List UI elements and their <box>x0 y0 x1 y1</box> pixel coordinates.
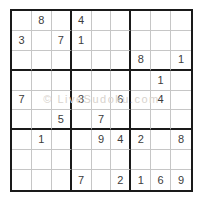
cell-r3c3 <box>52 51 72 71</box>
cell-r4c7 <box>131 71 151 91</box>
cell-r3c9: 1 <box>171 51 191 71</box>
cell-r5c1: 7 <box>12 91 32 111</box>
cell-r9c2 <box>32 170 52 190</box>
cell-r1c9 <box>171 11 191 31</box>
cell-r5c2 <box>32 91 52 111</box>
cell-r7c8 <box>151 130 171 150</box>
cell-r6c7 <box>131 110 151 130</box>
cell-r7c4 <box>72 130 92 150</box>
cell-r6c5: 7 <box>92 110 112 130</box>
cell-r9c9: 9 <box>171 170 191 190</box>
cell-r5c5 <box>92 91 112 111</box>
cell-r8c4 <box>72 150 92 170</box>
sudoku-board: © LiveSudoku.com 84371811736457194287216… <box>10 9 193 192</box>
cell-r4c1 <box>12 71 32 91</box>
cell-r2c9 <box>171 31 191 51</box>
cell-r7c6: 4 <box>111 130 131 150</box>
cell-r3c7: 8 <box>131 51 151 71</box>
sudoku-page: © LiveSudoku.com 84371811736457194287216… <box>0 0 200 200</box>
cell-r7c5: 9 <box>92 130 112 150</box>
cell-r6c9 <box>171 110 191 130</box>
cell-r3c2 <box>32 51 52 71</box>
cell-r5c7 <box>131 91 151 111</box>
cell-r2c1: 3 <box>12 31 32 51</box>
cell-r4c6 <box>111 71 131 91</box>
cell-r9c7: 1 <box>131 170 151 190</box>
cell-r8c1 <box>12 150 32 170</box>
cell-r4c4 <box>72 71 92 91</box>
cell-r1c1 <box>12 11 32 31</box>
cell-r2c6 <box>111 31 131 51</box>
cell-r5c9 <box>171 91 191 111</box>
cell-r8c3 <box>52 150 72 170</box>
cell-r1c6 <box>111 11 131 31</box>
cell-r8c7 <box>131 150 151 170</box>
cell-r7c7: 2 <box>131 130 151 150</box>
cell-r9c5 <box>92 170 112 190</box>
cell-r8c8 <box>151 150 171 170</box>
cell-r1c7 <box>131 11 151 31</box>
cell-r8c2 <box>32 150 52 170</box>
cell-r6c6 <box>111 110 131 130</box>
cell-r9c1 <box>12 170 32 190</box>
cell-r7c9: 8 <box>171 130 191 150</box>
cell-r1c4: 4 <box>72 11 92 31</box>
cell-r1c5 <box>92 11 112 31</box>
cell-r1c8 <box>151 11 171 31</box>
cell-r7c3 <box>52 130 72 150</box>
cell-r7c1 <box>12 130 32 150</box>
cell-r7c2: 1 <box>32 130 52 150</box>
cell-r4c2 <box>32 71 52 91</box>
cell-r2c5 <box>92 31 112 51</box>
cell-r8c9 <box>171 150 191 170</box>
cell-r8c6 <box>111 150 131 170</box>
cell-r9c3 <box>52 170 72 190</box>
cell-r2c3: 7 <box>52 31 72 51</box>
cell-r3c1 <box>12 51 32 71</box>
cell-r2c8 <box>151 31 171 51</box>
cell-r5c4: 3 <box>72 91 92 111</box>
cell-r6c1 <box>12 110 32 130</box>
cell-r9c4: 7 <box>72 170 92 190</box>
cell-r6c3: 5 <box>52 110 72 130</box>
cell-r1c3 <box>52 11 72 31</box>
cell-r4c5 <box>92 71 112 91</box>
cell-r2c4: 1 <box>72 31 92 51</box>
cell-r3c6 <box>111 51 131 71</box>
cell-r6c2 <box>32 110 52 130</box>
cell-r1c2: 8 <box>32 11 52 31</box>
cell-r5c8: 4 <box>151 91 171 111</box>
cell-r9c6: 2 <box>111 170 131 190</box>
cell-r4c3 <box>52 71 72 91</box>
cell-r3c5 <box>92 51 112 71</box>
cell-r3c8 <box>151 51 171 71</box>
cell-r2c2 <box>32 31 52 51</box>
cell-r5c6: 6 <box>111 91 131 111</box>
cell-r6c8 <box>151 110 171 130</box>
cell-r9c8: 6 <box>151 170 171 190</box>
cell-r4c8: 1 <box>151 71 171 91</box>
cell-r2c7 <box>131 31 151 51</box>
cell-r5c3 <box>52 91 72 111</box>
cell-r3c4 <box>72 51 92 71</box>
cell-r6c4 <box>72 110 92 130</box>
cell-r8c5 <box>92 150 112 170</box>
cell-r4c9 <box>171 71 191 91</box>
